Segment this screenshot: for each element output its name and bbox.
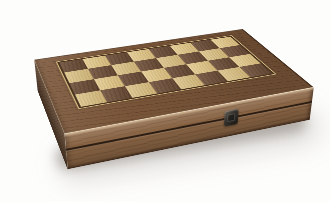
chess-box [36, 43, 312, 151]
clasp-latch [224, 109, 239, 127]
scene [0, 0, 330, 202]
chessboard [59, 37, 272, 107]
photo-background: { "game": "chess", "subject": "closed wa… [0, 0, 330, 202]
